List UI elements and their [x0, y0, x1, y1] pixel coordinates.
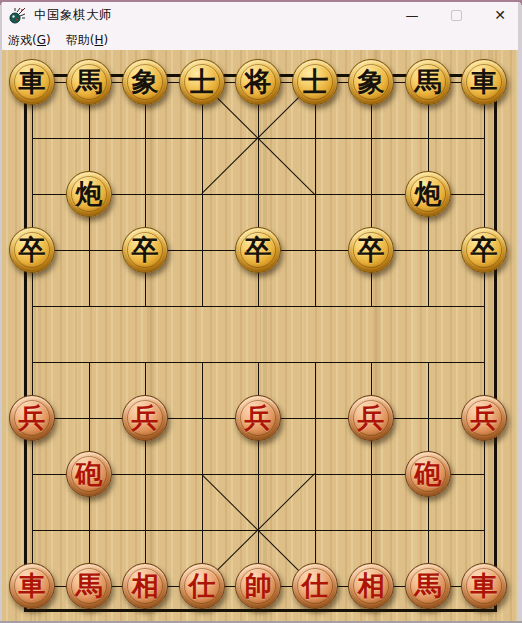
menu-label: )	[46, 33, 51, 47]
piece-label: 卒	[471, 227, 498, 273]
piece-label: 相	[358, 563, 385, 609]
piece-red[interactable]: 相	[348, 563, 394, 609]
piece-label: 馬	[415, 59, 442, 105]
piece-label: 士	[302, 59, 329, 105]
grid-line	[145, 82, 146, 307]
piece-label: 将	[245, 59, 272, 105]
piece-black[interactable]: 象	[122, 59, 168, 105]
piece-label: 車	[471, 563, 498, 609]
piece-label: 帥	[245, 563, 272, 609]
piece-black[interactable]: 馬	[66, 59, 112, 105]
piece-red[interactable]: 仕	[179, 563, 225, 609]
maximize-icon	[451, 10, 462, 21]
piece-label: 砲	[76, 451, 103, 497]
window-corner	[514, 0, 522, 8]
piece-label: 卒	[358, 227, 385, 273]
grid-line	[315, 362, 316, 587]
menu-item-game[interactable]: 游戏(G)	[1, 30, 58, 51]
piece-black[interactable]: 炮	[66, 171, 112, 217]
menu-label: 帮助(	[66, 33, 95, 47]
menu-accelerator: G	[37, 33, 46, 47]
piece-black[interactable]: 卒	[122, 227, 168, 273]
piece-red[interactable]: 仕	[292, 563, 338, 609]
grid-line	[484, 82, 485, 587]
window-frame-left	[0, 2, 2, 623]
window-frame-top	[0, 0, 522, 2]
piece-black[interactable]: 将	[235, 59, 281, 105]
piece-label: 馬	[76, 563, 103, 609]
piece-label: 兵	[358, 395, 385, 441]
piece-red[interactable]: 相	[122, 563, 168, 609]
piece-black[interactable]: 象	[348, 59, 394, 105]
piece-label: 仕	[189, 563, 216, 609]
grid-line	[371, 82, 372, 307]
piece-label: 相	[132, 563, 159, 609]
menu-item-help[interactable]: 帮助(H)	[59, 30, 115, 51]
grid-line	[315, 82, 316, 307]
piece-label: 卒	[19, 227, 46, 273]
piece-black[interactable]: 士	[179, 59, 225, 105]
piece-red[interactable]: 兵	[122, 395, 168, 441]
piece-label: 卒	[245, 227, 272, 273]
piece-red[interactable]: 馬	[405, 563, 451, 609]
piece-red[interactable]: 兵	[348, 395, 394, 441]
menu-label: )	[103, 33, 108, 47]
piece-red[interactable]: 砲	[405, 451, 451, 497]
window-controls: — ✕	[390, 0, 522, 30]
piece-red[interactable]: 兵	[9, 395, 55, 441]
piece-red[interactable]: 兵	[235, 395, 281, 441]
grid-line	[258, 82, 259, 307]
piece-black[interactable]: 卒	[235, 227, 281, 273]
piece-label: 馬	[76, 59, 103, 105]
maximize-button[interactable]	[434, 0, 478, 30]
piece-label: 兵	[245, 395, 272, 441]
piece-label: 兵	[19, 395, 46, 441]
piece-label: 車	[19, 563, 46, 609]
piece-black[interactable]: 士	[292, 59, 338, 105]
piece-label: 炮	[76, 171, 103, 217]
piece-label: 馬	[415, 563, 442, 609]
piece-label: 象	[358, 59, 385, 105]
piece-label: 車	[471, 59, 498, 105]
piece-label: 炮	[415, 171, 442, 217]
piece-label: 象	[132, 59, 159, 105]
piece-red[interactable]: 車	[461, 563, 507, 609]
piece-label: 兵	[471, 395, 498, 441]
piece-black[interactable]: 車	[9, 59, 55, 105]
app-icon	[9, 7, 26, 24]
piece-red[interactable]: 兵	[461, 395, 507, 441]
piece-black[interactable]: 車	[461, 59, 507, 105]
minimize-button[interactable]: —	[390, 0, 434, 30]
piece-black[interactable]: 炮	[405, 171, 451, 217]
piece-red[interactable]: 砲	[66, 451, 112, 497]
piece-label: 卒	[132, 227, 159, 273]
piece-black[interactable]: 卒	[9, 227, 55, 273]
menu-bar: 游戏(G) 帮助(H)	[0, 30, 522, 50]
window-title: 中国象棋大师	[34, 7, 112, 24]
piece-label: 仕	[302, 563, 329, 609]
xiangqi-board[interactable]: 車馬象士将士象馬車炮炮卒卒卒卒卒兵兵兵兵兵砲砲車馬相仕帥仕相馬車	[0, 50, 522, 623]
piece-red[interactable]: 帥	[235, 563, 281, 609]
menu-label: 游戏(	[8, 33, 37, 47]
titlebar: 中国象棋大师 — ✕	[0, 0, 522, 30]
piece-black[interactable]: 馬	[405, 59, 451, 105]
piece-red[interactable]: 車	[9, 563, 55, 609]
grid-line	[202, 82, 203, 307]
window-frame-right	[518, 2, 522, 623]
piece-black[interactable]: 卒	[348, 227, 394, 273]
piece-label: 士	[189, 59, 216, 105]
piece-label: 兵	[132, 395, 159, 441]
piece-black[interactable]: 卒	[461, 227, 507, 273]
grid-line	[32, 82, 33, 587]
piece-red[interactable]: 馬	[66, 563, 112, 609]
piece-label: 車	[19, 59, 46, 105]
app-window: 中国象棋大师 — ✕ 游戏(G) 帮助(H) 車馬象士将士象馬車炮炮卒卒卒卒卒兵…	[0, 0, 522, 623]
piece-label: 砲	[415, 451, 442, 497]
